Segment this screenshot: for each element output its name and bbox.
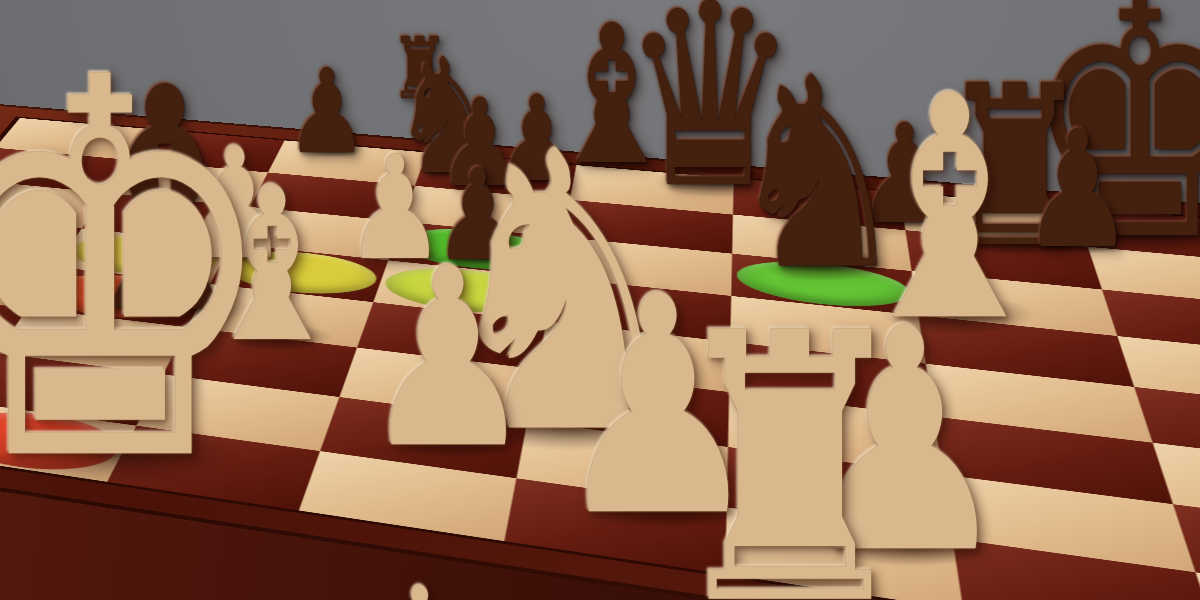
piece-white-rook-f1[interactable]: ♜ [660,286,919,600]
captured-white-pawn: ♟ [375,570,466,600]
pieces-layer: ♜♟♝♞♟♛♟♟♚♜♟♟♟♟♞♝♝♝♞♟♚♟♟♜♟ [0,0,1200,600]
piece-white-king-b1[interactable]: ♚ [0,12,282,533]
chess-scene: ♜♟♝♞♟♛♟♟♚♜♟♟♟♟♞♝♝♝♞♟♚♟♟♜♟ [0,0,1200,600]
piece-white-pawn-d2[interactable]: ♟ [362,235,535,482]
